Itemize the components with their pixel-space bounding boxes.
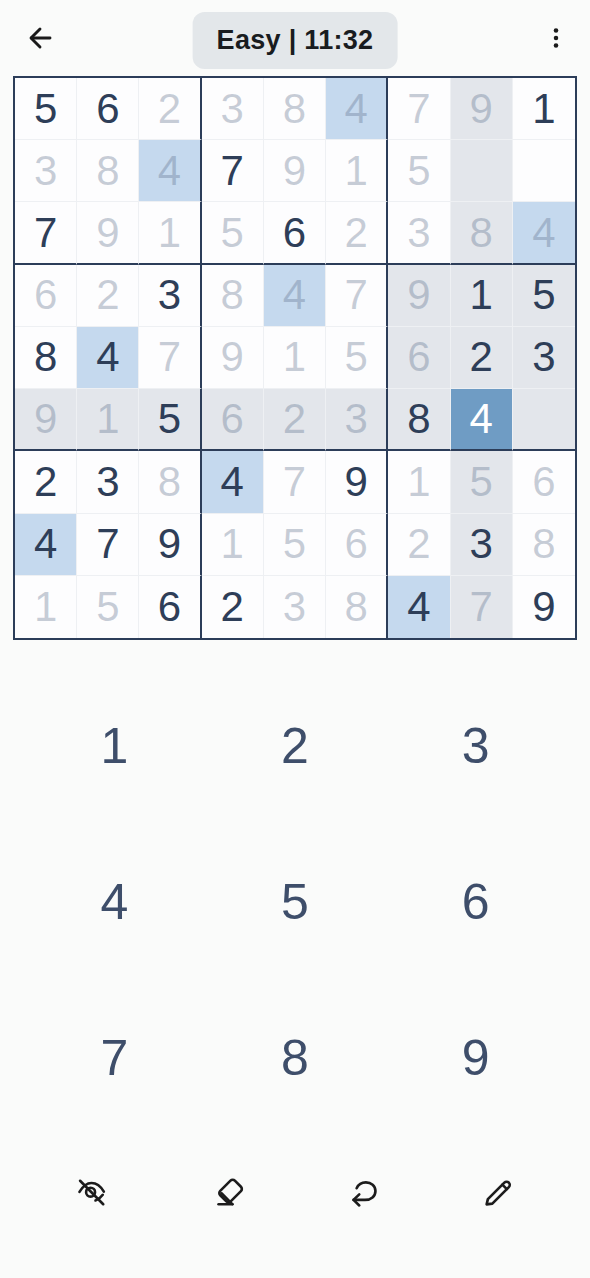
cell-r5c3[interactable]: 7 <box>139 327 201 389</box>
cell-r1c5[interactable]: 8 <box>264 78 326 140</box>
cell-r7c3[interactable]: 8 <box>139 451 201 513</box>
pencil-icon <box>480 1174 517 1211</box>
cell-r9c2[interactable]: 5 <box>77 576 139 638</box>
cell-r5c2[interactable]: 4 <box>77 327 139 389</box>
cell-r9c3[interactable]: 6 <box>139 576 201 638</box>
cell-r8c9[interactable]: 8 <box>513 514 575 576</box>
cell-r5c5[interactable]: 1 <box>264 327 326 389</box>
cell-r9c9[interactable]: 9 <box>513 576 575 638</box>
cell-r6c9[interactable] <box>513 389 575 451</box>
cell-r7c7[interactable]: 1 <box>388 451 450 513</box>
eraser-button[interactable] <box>195 1160 259 1224</box>
cell-r2c3[interactable]: 4 <box>139 140 201 202</box>
cell-r6c5[interactable]: 2 <box>264 389 326 451</box>
cell-r3c3[interactable]: 1 <box>139 202 201 264</box>
cell-r9c6[interactable]: 8 <box>326 576 388 638</box>
cell-r7c1[interactable]: 2 <box>15 451 77 513</box>
numpad-4-button[interactable]: 4 <box>24 824 205 980</box>
difficulty-timer-label: Easy | 11:32 <box>217 25 374 55</box>
cell-r4c5[interactable]: 4 <box>264 265 326 327</box>
numpad-3-button[interactable]: 3 <box>385 668 566 824</box>
sudoku-app-screen: Easy | 11:32 562384791384791579156238462… <box>0 0 590 1278</box>
cell-r8c4[interactable]: 1 <box>202 514 264 576</box>
cell-r2c4[interactable]: 7 <box>202 140 264 202</box>
numpad-2-button[interactable]: 2 <box>205 668 386 824</box>
cell-r3c8[interactable]: 8 <box>451 202 513 264</box>
cell-r7c6[interactable]: 9 <box>326 451 388 513</box>
cell-r9c1[interactable]: 1 <box>15 576 77 638</box>
cell-r6c8-selected[interactable]: 4 <box>451 389 513 451</box>
cell-r5c7[interactable]: 6 <box>388 327 450 389</box>
undo-button[interactable] <box>331 1160 395 1224</box>
cell-r8c5[interactable]: 5 <box>264 514 326 576</box>
cell-r8c2[interactable]: 7 <box>77 514 139 576</box>
cell-r6c6[interactable]: 3 <box>326 389 388 451</box>
cell-r3c7[interactable]: 3 <box>388 202 450 264</box>
toolbar <box>0 1146 590 1238</box>
cell-r2c8[interactable] <box>451 140 513 202</box>
numpad-5-button[interactable]: 5 <box>205 824 386 980</box>
cell-r4c2[interactable]: 2 <box>77 265 139 327</box>
cell-r5c9[interactable]: 3 <box>513 327 575 389</box>
cell-r7c8[interactable]: 5 <box>451 451 513 513</box>
cell-r1c9[interactable]: 1 <box>513 78 575 140</box>
cell-r6c4[interactable]: 6 <box>202 389 264 451</box>
cell-r6c2[interactable]: 1 <box>77 389 139 451</box>
cell-r1c1[interactable]: 5 <box>15 78 77 140</box>
cell-r3c9[interactable]: 4 <box>513 202 575 264</box>
cell-r7c9[interactable]: 6 <box>513 451 575 513</box>
cell-r7c2[interactable]: 3 <box>77 451 139 513</box>
cell-r3c6[interactable]: 2 <box>326 202 388 264</box>
cell-r3c4[interactable]: 5 <box>202 202 264 264</box>
cell-r7c5[interactable]: 7 <box>264 451 326 513</box>
cell-r1c7[interactable]: 7 <box>388 78 450 140</box>
eye-off-icon <box>73 1174 110 1211</box>
eraser-icon <box>209 1174 246 1211</box>
numpad-6-button[interactable]: 6 <box>385 824 566 980</box>
back-button[interactable] <box>16 14 64 62</box>
cell-r2c7[interactable]: 5 <box>388 140 450 202</box>
cell-r3c2[interactable]: 9 <box>77 202 139 264</box>
game-status-pill: Easy | 11:32 <box>193 12 398 69</box>
cell-r6c1[interactable]: 9 <box>15 389 77 451</box>
arrow-left-icon <box>25 23 55 53</box>
numpad-8-button[interactable]: 8 <box>205 980 386 1136</box>
cell-r1c3[interactable]: 2 <box>139 78 201 140</box>
cell-r6c3[interactable]: 5 <box>139 389 201 451</box>
number-pad: 123456789 <box>0 668 590 1136</box>
cell-r4c9[interactable]: 5 <box>513 265 575 327</box>
cell-r4c4[interactable]: 8 <box>202 265 264 327</box>
cell-r8c1[interactable]: 4 <box>15 514 77 576</box>
sudoku-board: 5623847913847915791562384623847915847915… <box>13 76 577 640</box>
cell-r6c7[interactable]: 8 <box>388 389 450 451</box>
notes-button[interactable] <box>466 1160 530 1224</box>
cell-r9c8[interactable]: 7 <box>451 576 513 638</box>
cell-r2c5[interactable]: 9 <box>264 140 326 202</box>
cell-r4c3[interactable]: 3 <box>139 265 201 327</box>
cell-r9c4[interactable]: 2 <box>202 576 264 638</box>
cell-r4c1[interactable]: 6 <box>15 265 77 327</box>
cell-r1c2[interactable]: 6 <box>77 78 139 140</box>
numpad-7-button[interactable]: 7 <box>24 980 205 1136</box>
cell-r2c2[interactable]: 8 <box>77 140 139 202</box>
cell-r2c9[interactable] <box>513 140 575 202</box>
cell-r7c4[interactable]: 4 <box>202 451 264 513</box>
cell-r9c5[interactable]: 3 <box>264 576 326 638</box>
overflow-menu-button[interactable] <box>534 14 578 62</box>
cell-r8c6[interactable]: 6 <box>326 514 388 576</box>
cell-r2c1[interactable]: 3 <box>15 140 77 202</box>
cell-r3c5[interactable]: 6 <box>264 202 326 264</box>
cell-r1c8[interactable]: 9 <box>451 78 513 140</box>
cell-r1c4[interactable]: 3 <box>202 78 264 140</box>
app-bar: Easy | 11:32 <box>0 0 590 76</box>
undo-icon <box>344 1174 381 1211</box>
cell-r2c6[interactable]: 1 <box>326 140 388 202</box>
cell-r5c4[interactable]: 9 <box>202 327 264 389</box>
cell-r5c8[interactable]: 2 <box>451 327 513 389</box>
cell-r5c6[interactable]: 5 <box>326 327 388 389</box>
numpad-9-button[interactable]: 9 <box>385 980 566 1136</box>
numpad-1-button[interactable]: 1 <box>24 668 205 824</box>
cell-r8c7[interactable]: 2 <box>388 514 450 576</box>
cell-r4c6[interactable]: 7 <box>326 265 388 327</box>
kebab-menu-icon <box>543 25 569 51</box>
visibility-toggle-button[interactable] <box>60 1160 124 1224</box>
cell-r4c7[interactable]: 9 <box>388 265 450 327</box>
cell-r5c1[interactable]: 8 <box>15 327 77 389</box>
cell-r8c3[interactable]: 9 <box>139 514 201 576</box>
cell-r1c6[interactable]: 4 <box>326 78 388 140</box>
cell-r9c7[interactable]: 4 <box>388 576 450 638</box>
cell-r3c1[interactable]: 7 <box>15 202 77 264</box>
cell-r4c8[interactable]: 1 <box>451 265 513 327</box>
cell-r8c8[interactable]: 3 <box>451 514 513 576</box>
